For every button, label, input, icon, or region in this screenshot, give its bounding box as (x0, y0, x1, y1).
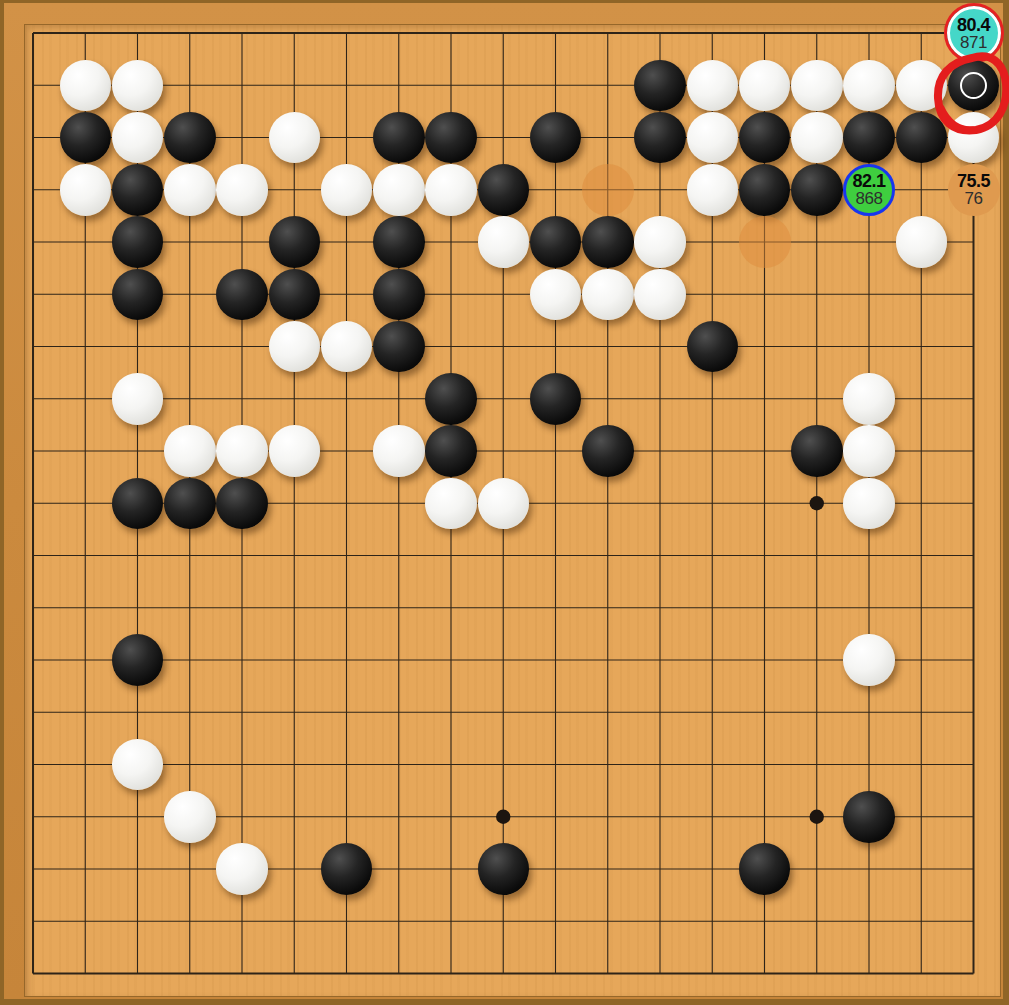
point-J4[interactable] (425, 791, 477, 843)
point-J19[interactable] (425, 7, 477, 59)
point-M8[interactable] (582, 582, 634, 634)
point-J8[interactable] (425, 582, 477, 634)
point-G11[interactable] (320, 425, 372, 477)
point-O14[interactable] (686, 268, 738, 320)
point-A19[interactable] (7, 7, 59, 59)
point-T3[interactable] (947, 843, 999, 895)
point-B11[interactable] (59, 425, 111, 477)
point-G8[interactable] (320, 582, 372, 634)
point-E8[interactable] (216, 582, 268, 634)
point-T8[interactable] (947, 582, 999, 634)
point-D16[interactable] (164, 164, 216, 216)
point-S4[interactable] (895, 791, 947, 843)
point-P19[interactable] (738, 7, 790, 59)
point-E12[interactable] (216, 373, 268, 425)
point-S16[interactable] (895, 164, 947, 216)
point-D19[interactable] (164, 7, 216, 59)
point-T10[interactable] (947, 477, 999, 529)
point-H11[interactable] (373, 425, 425, 477)
point-A1[interactable] (7, 947, 59, 999)
point-L15[interactable] (529, 216, 581, 268)
point-M10[interactable] (582, 477, 634, 529)
point-G10[interactable] (320, 477, 372, 529)
point-J13[interactable] (425, 320, 477, 372)
point-G16[interactable] (320, 164, 372, 216)
point-D8[interactable] (164, 582, 216, 634)
point-D7[interactable] (164, 634, 216, 686)
point-J3[interactable] (425, 843, 477, 895)
point-N8[interactable] (634, 582, 686, 634)
suggestion-T16[interactable]: 75.576 (948, 164, 1000, 216)
point-L18[interactable] (529, 59, 581, 111)
point-B10[interactable] (59, 477, 111, 529)
point-L1[interactable] (529, 947, 581, 999)
point-N14[interactable] (634, 268, 686, 320)
point-H18[interactable] (373, 59, 425, 111)
point-C7[interactable] (111, 634, 163, 686)
point-G5[interactable] (320, 738, 372, 790)
point-H17[interactable] (373, 111, 425, 163)
point-S7[interactable] (895, 634, 947, 686)
point-F8[interactable] (268, 582, 320, 634)
point-C17[interactable] (111, 111, 163, 163)
point-F14[interactable] (268, 268, 320, 320)
point-N15[interactable] (634, 216, 686, 268)
point-K10[interactable] (477, 477, 529, 529)
point-D5[interactable] (164, 738, 216, 790)
point-Q6[interactable] (791, 686, 843, 738)
point-N16[interactable] (634, 164, 686, 216)
point-F1[interactable] (268, 947, 320, 999)
point-G1[interactable] (320, 947, 372, 999)
point-R3[interactable] (843, 843, 895, 895)
point-M2[interactable] (582, 895, 634, 947)
point-O4[interactable] (686, 791, 738, 843)
point-C8[interactable] (111, 582, 163, 634)
point-M15[interactable] (582, 216, 634, 268)
point-H5[interactable] (373, 738, 425, 790)
point-R9[interactable] (843, 529, 895, 581)
point-D12[interactable] (164, 373, 216, 425)
point-B8[interactable] (59, 582, 111, 634)
point-Q3[interactable] (791, 843, 843, 895)
point-Q1[interactable] (791, 947, 843, 999)
point-S2[interactable] (895, 895, 947, 947)
point-E6[interactable] (216, 686, 268, 738)
point-E7[interactable] (216, 634, 268, 686)
point-F12[interactable] (268, 373, 320, 425)
point-T2[interactable] (947, 895, 999, 947)
point-R6[interactable] (843, 686, 895, 738)
point-J9[interactable] (425, 529, 477, 581)
suggestion-P15[interactable] (739, 216, 791, 268)
point-O1[interactable] (686, 947, 738, 999)
point-N4[interactable] (634, 791, 686, 843)
point-P14[interactable] (738, 268, 790, 320)
point-L8[interactable] (529, 582, 581, 634)
point-Q17[interactable] (791, 111, 843, 163)
point-M11[interactable] (582, 425, 634, 477)
point-J7[interactable] (425, 634, 477, 686)
point-A18[interactable] (7, 59, 59, 111)
point-K15[interactable] (477, 216, 529, 268)
point-O15[interactable] (686, 216, 738, 268)
point-N9[interactable] (634, 529, 686, 581)
point-F13[interactable] (268, 320, 320, 372)
point-A11[interactable] (7, 425, 59, 477)
point-N7[interactable] (634, 634, 686, 686)
point-H19[interactable] (373, 7, 425, 59)
point-C19[interactable] (111, 7, 163, 59)
point-E3[interactable] (216, 843, 268, 895)
point-L11[interactable] (529, 425, 581, 477)
point-A14[interactable] (7, 268, 59, 320)
point-L2[interactable] (529, 895, 581, 947)
point-J15[interactable] (425, 216, 477, 268)
point-Q5[interactable] (791, 738, 843, 790)
point-D9[interactable] (164, 529, 216, 581)
point-K8[interactable] (477, 582, 529, 634)
point-A9[interactable] (7, 529, 59, 581)
point-H13[interactable] (373, 320, 425, 372)
point-L7[interactable] (529, 634, 581, 686)
point-O9[interactable] (686, 529, 738, 581)
point-E11[interactable] (216, 425, 268, 477)
point-P7[interactable] (738, 634, 790, 686)
point-R5[interactable] (843, 738, 895, 790)
point-E19[interactable] (216, 7, 268, 59)
point-L5[interactable] (529, 738, 581, 790)
point-B7[interactable] (59, 634, 111, 686)
point-H4[interactable] (373, 791, 425, 843)
point-D11[interactable] (164, 425, 216, 477)
point-N19[interactable] (634, 7, 686, 59)
point-T7[interactable] (947, 634, 999, 686)
point-B3[interactable] (59, 843, 111, 895)
point-C18[interactable] (111, 59, 163, 111)
point-T1[interactable] (947, 947, 999, 999)
point-C10[interactable] (111, 477, 163, 529)
point-N6[interactable] (634, 686, 686, 738)
point-H7[interactable] (373, 634, 425, 686)
point-G14[interactable] (320, 268, 372, 320)
point-S1[interactable] (895, 947, 947, 999)
point-S18[interactable] (895, 59, 947, 111)
point-T12[interactable] (947, 373, 999, 425)
point-A15[interactable] (7, 216, 59, 268)
point-T18[interactable] (947, 59, 999, 111)
point-S13[interactable] (895, 320, 947, 372)
point-S10[interactable] (895, 477, 947, 529)
point-B19[interactable] (59, 7, 111, 59)
point-D17[interactable] (164, 111, 216, 163)
point-P1[interactable] (738, 947, 790, 999)
point-H15[interactable] (373, 216, 425, 268)
point-O5[interactable] (686, 738, 738, 790)
point-O13[interactable] (686, 320, 738, 372)
point-K12[interactable] (477, 373, 529, 425)
point-C11[interactable] (111, 425, 163, 477)
point-A2[interactable] (7, 895, 59, 947)
point-F19[interactable] (268, 7, 320, 59)
point-C3[interactable] (111, 843, 163, 895)
point-J12[interactable] (425, 373, 477, 425)
point-O2[interactable] (686, 895, 738, 947)
point-G9[interactable] (320, 529, 372, 581)
point-N13[interactable] (634, 320, 686, 372)
point-K3[interactable] (477, 843, 529, 895)
point-Q18[interactable] (791, 59, 843, 111)
point-D3[interactable] (164, 843, 216, 895)
point-K18[interactable] (477, 59, 529, 111)
point-C2[interactable] (111, 895, 163, 947)
point-K14[interactable] (477, 268, 529, 320)
point-A7[interactable] (7, 634, 59, 686)
point-F7[interactable] (268, 634, 320, 686)
point-P9[interactable] (738, 529, 790, 581)
point-M17[interactable] (582, 111, 634, 163)
point-K9[interactable] (477, 529, 529, 581)
point-L10[interactable] (529, 477, 581, 529)
point-Q2[interactable] (791, 895, 843, 947)
point-H3[interactable] (373, 843, 425, 895)
point-M6[interactable] (582, 686, 634, 738)
point-G12[interactable] (320, 373, 372, 425)
point-F5[interactable] (268, 738, 320, 790)
point-A8[interactable] (7, 582, 59, 634)
point-O10[interactable] (686, 477, 738, 529)
point-C16[interactable] (111, 164, 163, 216)
point-K17[interactable] (477, 111, 529, 163)
point-A4[interactable] (7, 791, 59, 843)
point-B6[interactable] (59, 686, 111, 738)
point-T4[interactable] (947, 791, 999, 843)
point-Q11[interactable] (791, 425, 843, 477)
point-S11[interactable] (895, 425, 947, 477)
point-L17[interactable] (529, 111, 581, 163)
point-J1[interactable] (425, 947, 477, 999)
point-R18[interactable] (843, 59, 895, 111)
point-O7[interactable] (686, 634, 738, 686)
point-K4[interactable] (477, 791, 529, 843)
point-P6[interactable] (738, 686, 790, 738)
point-B5[interactable] (59, 738, 111, 790)
point-S15[interactable] (895, 216, 947, 268)
point-D13[interactable] (164, 320, 216, 372)
point-R12[interactable] (843, 373, 895, 425)
point-A16[interactable] (7, 164, 59, 216)
point-O6[interactable] (686, 686, 738, 738)
point-K6[interactable] (477, 686, 529, 738)
point-T19[interactable]: 80.4871 (947, 7, 999, 59)
point-P10[interactable] (738, 477, 790, 529)
point-M12[interactable] (582, 373, 634, 425)
point-N18[interactable] (634, 59, 686, 111)
point-E9[interactable] (216, 529, 268, 581)
point-M3[interactable] (582, 843, 634, 895)
point-B2[interactable] (59, 895, 111, 947)
point-Q10[interactable] (791, 477, 843, 529)
point-A12[interactable] (7, 373, 59, 425)
point-O17[interactable] (686, 111, 738, 163)
point-H14[interactable] (373, 268, 425, 320)
point-A6[interactable] (7, 686, 59, 738)
point-S12[interactable] (895, 373, 947, 425)
point-L19[interactable] (529, 7, 581, 59)
point-F18[interactable] (268, 59, 320, 111)
point-K2[interactable] (477, 895, 529, 947)
point-G18[interactable] (320, 59, 372, 111)
point-K1[interactable] (477, 947, 529, 999)
point-J16[interactable] (425, 164, 477, 216)
point-T17[interactable] (947, 111, 999, 163)
point-O3[interactable] (686, 843, 738, 895)
point-P11[interactable] (738, 425, 790, 477)
point-C13[interactable] (111, 320, 163, 372)
point-J2[interactable] (425, 895, 477, 947)
point-A17[interactable] (7, 111, 59, 163)
point-O16[interactable] (686, 164, 738, 216)
point-B15[interactable] (59, 216, 111, 268)
point-F11[interactable] (268, 425, 320, 477)
point-K16[interactable] (477, 164, 529, 216)
point-M1[interactable] (582, 947, 634, 999)
point-M13[interactable] (582, 320, 634, 372)
point-C1[interactable] (111, 947, 163, 999)
point-C4[interactable] (111, 791, 163, 843)
point-H6[interactable] (373, 686, 425, 738)
point-S5[interactable] (895, 738, 947, 790)
point-B9[interactable] (59, 529, 111, 581)
point-R1[interactable] (843, 947, 895, 999)
point-E15[interactable] (216, 216, 268, 268)
point-R7[interactable] (843, 634, 895, 686)
point-T5[interactable] (947, 738, 999, 790)
point-D18[interactable] (164, 59, 216, 111)
point-M5[interactable] (582, 738, 634, 790)
point-H12[interactable] (373, 373, 425, 425)
point-A5[interactable] (7, 738, 59, 790)
point-P15[interactable] (738, 216, 790, 268)
point-Q14[interactable] (791, 268, 843, 320)
point-B14[interactable] (59, 268, 111, 320)
point-R10[interactable] (843, 477, 895, 529)
point-R11[interactable] (843, 425, 895, 477)
point-E18[interactable] (216, 59, 268, 111)
point-H9[interactable] (373, 529, 425, 581)
point-P8[interactable] (738, 582, 790, 634)
point-O18[interactable] (686, 59, 738, 111)
point-F9[interactable] (268, 529, 320, 581)
point-P5[interactable] (738, 738, 790, 790)
point-Q8[interactable] (791, 582, 843, 634)
point-E4[interactable] (216, 791, 268, 843)
point-J10[interactable] (425, 477, 477, 529)
point-P2[interactable] (738, 895, 790, 947)
point-S9[interactable] (895, 529, 947, 581)
point-S6[interactable] (895, 686, 947, 738)
point-M16[interactable] (582, 164, 634, 216)
point-D14[interactable] (164, 268, 216, 320)
point-M19[interactable] (582, 7, 634, 59)
point-O8[interactable] (686, 582, 738, 634)
point-R16[interactable]: 82.1868 (843, 164, 895, 216)
point-O19[interactable] (686, 7, 738, 59)
point-K13[interactable] (477, 320, 529, 372)
point-L14[interactable] (529, 268, 581, 320)
point-L6[interactable] (529, 686, 581, 738)
point-O11[interactable] (686, 425, 738, 477)
point-F15[interactable] (268, 216, 320, 268)
point-H10[interactable] (373, 477, 425, 529)
point-E5[interactable] (216, 738, 268, 790)
point-H1[interactable] (373, 947, 425, 999)
point-F16[interactable] (268, 164, 320, 216)
point-T15[interactable] (947, 216, 999, 268)
point-M9[interactable] (582, 529, 634, 581)
point-L13[interactable] (529, 320, 581, 372)
point-R8[interactable] (843, 582, 895, 634)
point-H16[interactable] (373, 164, 425, 216)
point-R17[interactable] (843, 111, 895, 163)
point-A10[interactable] (7, 477, 59, 529)
point-K11[interactable] (477, 425, 529, 477)
point-K5[interactable] (477, 738, 529, 790)
point-E10[interactable] (216, 477, 268, 529)
point-F3[interactable] (268, 843, 320, 895)
point-N17[interactable] (634, 111, 686, 163)
point-G13[interactable] (320, 320, 372, 372)
point-F10[interactable] (268, 477, 320, 529)
point-G17[interactable] (320, 111, 372, 163)
point-Q15[interactable] (791, 216, 843, 268)
point-N2[interactable] (634, 895, 686, 947)
point-T9[interactable] (947, 529, 999, 581)
point-R15[interactable] (843, 216, 895, 268)
point-N5[interactable] (634, 738, 686, 790)
point-M4[interactable] (582, 791, 634, 843)
point-O12[interactable] (686, 373, 738, 425)
point-T6[interactable] (947, 686, 999, 738)
point-B13[interactable] (59, 320, 111, 372)
point-G7[interactable] (320, 634, 372, 686)
point-Q19[interactable] (791, 7, 843, 59)
point-G2[interactable] (320, 895, 372, 947)
point-B16[interactable] (59, 164, 111, 216)
point-N3[interactable] (634, 843, 686, 895)
point-A3[interactable] (7, 843, 59, 895)
point-J11[interactable] (425, 425, 477, 477)
suggestion-T19[interactable]: 80.4871 (944, 3, 1004, 63)
point-D1[interactable] (164, 947, 216, 999)
point-D2[interactable] (164, 895, 216, 947)
point-M7[interactable] (582, 634, 634, 686)
point-N11[interactable] (634, 425, 686, 477)
point-K19[interactable] (477, 7, 529, 59)
point-T14[interactable] (947, 268, 999, 320)
point-B18[interactable] (59, 59, 111, 111)
point-R19[interactable] (843, 7, 895, 59)
point-K7[interactable] (477, 634, 529, 686)
point-D15[interactable] (164, 216, 216, 268)
point-M18[interactable] (582, 59, 634, 111)
point-D6[interactable] (164, 686, 216, 738)
point-Q4[interactable] (791, 791, 843, 843)
point-F4[interactable] (268, 791, 320, 843)
point-L3[interactable] (529, 843, 581, 895)
point-T13[interactable] (947, 320, 999, 372)
point-B17[interactable] (59, 111, 111, 163)
